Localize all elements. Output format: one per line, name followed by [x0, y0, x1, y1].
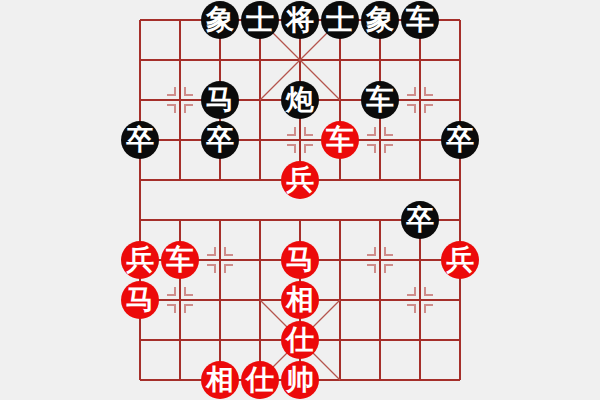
piece-black-chariot[interactable]: 车 [361, 81, 399, 119]
piece-red-soldier[interactable]: 兵 [441, 241, 479, 279]
piece-black-advisor[interactable]: 士 [321, 1, 359, 39]
piece-black-horse[interactable]: 马 [201, 81, 239, 119]
piece-black-general[interactable]: 将 [281, 1, 319, 39]
pieces-layer: 象士将士象车马炮车卒卒卒卒车兵兵车马兵马相仕相仕帅 [0, 0, 600, 400]
piece-black-elephant[interactable]: 象 [361, 1, 399, 39]
piece-red-chariot[interactable]: 车 [321, 121, 359, 159]
piece-black-elephant[interactable]: 象 [201, 1, 239, 39]
piece-black-chariot[interactable]: 车 [401, 1, 439, 39]
piece-red-horse[interactable]: 马 [121, 281, 159, 319]
piece-red-advisor[interactable]: 仕 [281, 321, 319, 359]
xiangqi-board: 象士将士象车马炮车卒卒卒卒车兵兵车马兵马相仕相仕帅 [0, 0, 600, 400]
piece-black-advisor[interactable]: 士 [241, 1, 279, 39]
piece-red-general[interactable]: 帅 [281, 361, 319, 399]
piece-black-soldier[interactable]: 卒 [121, 121, 159, 159]
piece-red-horse[interactable]: 马 [281, 241, 319, 279]
piece-black-soldier[interactable]: 卒 [201, 121, 239, 159]
piece-red-soldier[interactable]: 兵 [121, 241, 159, 279]
piece-black-cannon[interactable]: 炮 [281, 81, 319, 119]
piece-black-soldier[interactable]: 卒 [401, 201, 439, 239]
piece-red-chariot[interactable]: 车 [161, 241, 199, 279]
piece-red-elephant[interactable]: 相 [201, 361, 239, 399]
piece-red-advisor[interactable]: 仕 [241, 361, 279, 399]
piece-red-soldier[interactable]: 兵 [281, 161, 319, 199]
piece-black-soldier[interactable]: 卒 [441, 121, 479, 159]
piece-red-elephant[interactable]: 相 [281, 281, 319, 319]
